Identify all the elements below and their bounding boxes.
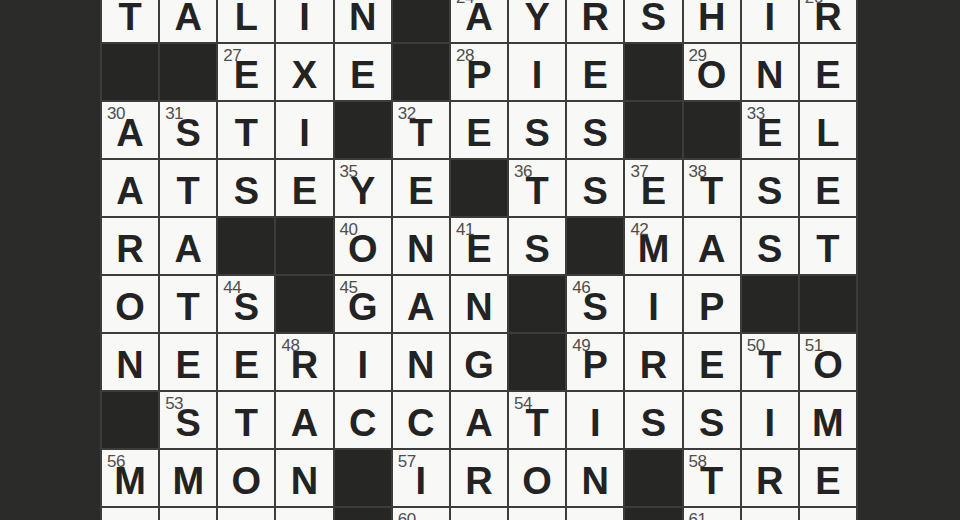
cell-r9c6[interactable]: 57I bbox=[393, 450, 449, 506]
black-cell-r8c1 bbox=[102, 392, 158, 448]
cell-r10c7[interactable] bbox=[451, 508, 507, 520]
black-cell-r6c13 bbox=[800, 276, 856, 332]
cell-letter-r2c11: O bbox=[684, 56, 740, 94]
cell-r9c8[interactable]: O bbox=[509, 450, 565, 506]
cell-r3c7[interactable]: E bbox=[451, 102, 507, 158]
cell-letter-r8c2: S bbox=[160, 404, 216, 442]
black-cell-r10c10 bbox=[625, 508, 681, 520]
cell-letter-r7c11: E bbox=[684, 346, 740, 384]
cell-r7c1[interactable]: N bbox=[102, 334, 158, 390]
cell-r2c5[interactable]: E bbox=[335, 44, 391, 100]
cell-letter-r7c7: G bbox=[451, 346, 507, 384]
cell-letter-r1c5: N bbox=[335, 0, 391, 36]
cell-r6c5[interactable]: 45G bbox=[335, 276, 391, 332]
black-cell-r3c5 bbox=[335, 102, 391, 158]
cell-r9c2[interactable]: M bbox=[160, 450, 216, 506]
black-cell-r6c4 bbox=[276, 276, 332, 332]
clue-number-61: 61 bbox=[689, 511, 707, 520]
cell-r4c12[interactable]: S bbox=[742, 160, 798, 216]
cell-r6c9[interactable]: 46S bbox=[567, 276, 623, 332]
cell-r7c2[interactable]: E bbox=[160, 334, 216, 390]
cell-letter-r9c2: M bbox=[160, 462, 216, 500]
cell-r2c3[interactable]: 27E bbox=[218, 44, 274, 100]
black-cell-r1c6 bbox=[393, 0, 449, 42]
black-cell-r4c7 bbox=[451, 160, 507, 216]
cell-letter-r4c8: T bbox=[509, 172, 565, 210]
cell-letter-r9c8: O bbox=[509, 462, 565, 500]
cell-r6c3[interactable]: 44S bbox=[218, 276, 274, 332]
cell-letter-r1c4: I bbox=[276, 0, 332, 36]
cell-letter-r4c1: A bbox=[102, 172, 158, 210]
cell-r4c9[interactable]: S bbox=[567, 160, 623, 216]
cell-r4c5[interactable]: 35Y bbox=[335, 160, 391, 216]
black-cell-r9c10 bbox=[625, 450, 681, 506]
black-cell-r3c10 bbox=[625, 102, 681, 158]
cell-letter-r7c2: E bbox=[160, 346, 216, 384]
cell-r1c10[interactable]: S bbox=[625, 0, 681, 42]
cell-letter-r1c13: R bbox=[800, 0, 856, 36]
cell-letter-r8c4: A bbox=[276, 404, 332, 442]
cell-letter-r3c2: S bbox=[160, 114, 216, 152]
cell-r6c11[interactable]: P bbox=[684, 276, 740, 332]
black-cell-r2c10 bbox=[625, 44, 681, 100]
cell-r8c9[interactable]: I bbox=[567, 392, 623, 448]
cell-r3c3[interactable]: T bbox=[218, 102, 274, 158]
cell-r10c8[interactable] bbox=[509, 508, 565, 520]
cell-r9c11[interactable]: 58T bbox=[684, 450, 740, 506]
cell-letter-r3c4: I bbox=[276, 114, 332, 152]
cell-r7c6[interactable]: N bbox=[393, 334, 449, 390]
black-cell-r5c3 bbox=[218, 218, 274, 274]
cell-letter-r5c8: S bbox=[509, 230, 565, 268]
cell-r2c4[interactable]: X bbox=[276, 44, 332, 100]
cell-letter-r3c9: S bbox=[567, 114, 623, 152]
cell-letter-r3c8: S bbox=[509, 114, 565, 152]
black-cell-r2c2 bbox=[160, 44, 216, 100]
cell-r6c7[interactable]: N bbox=[451, 276, 507, 332]
cell-letter-r5c10: M bbox=[625, 230, 681, 268]
cell-r10c4[interactable] bbox=[276, 508, 332, 520]
cell-r4c8[interactable]: 36T bbox=[509, 160, 565, 216]
cell-letter-r6c6: A bbox=[393, 288, 449, 326]
cell-r6c2[interactable]: T bbox=[160, 276, 216, 332]
cell-r7c12[interactable]: 50T bbox=[742, 334, 798, 390]
cell-r8c12[interactable]: I bbox=[742, 392, 798, 448]
cell-letter-r5c11: A bbox=[684, 230, 740, 268]
cell-r1c12[interactable]: I bbox=[742, 0, 798, 42]
cell-r1c9[interactable]: R bbox=[567, 0, 623, 42]
cell-r10c3[interactable] bbox=[218, 508, 274, 520]
cell-r5c6[interactable]: N bbox=[393, 218, 449, 274]
cell-letter-r1c1: T bbox=[102, 0, 158, 36]
cell-letter-r4c10: E bbox=[625, 172, 681, 210]
crossword-screenshot: TALIN24AYRSHI26R27EXE28PIE29ONE30A31STI3… bbox=[0, 0, 960, 520]
cell-letter-r2c5: E bbox=[335, 56, 391, 94]
cell-letter-r9c3: O bbox=[218, 462, 274, 500]
cell-letter-r9c7: R bbox=[451, 462, 507, 500]
cell-r5c2[interactable]: A bbox=[160, 218, 216, 274]
cell-r3c8[interactable]: S bbox=[509, 102, 565, 158]
cell-letter-r9c4: N bbox=[276, 462, 332, 500]
cell-r1c3[interactable]: L bbox=[218, 0, 274, 42]
cell-r1c1[interactable]: T bbox=[102, 0, 158, 42]
cell-letter-r4c5: Y bbox=[335, 172, 391, 210]
cell-r5c10[interactable]: 42M bbox=[625, 218, 681, 274]
cell-r4c1[interactable]: A bbox=[102, 160, 158, 216]
cell-r3c1[interactable]: 30A bbox=[102, 102, 158, 158]
cell-letter-r1c9: R bbox=[567, 0, 623, 36]
cell-letter-r8c6: C bbox=[393, 404, 449, 442]
cell-r8c10[interactable]: S bbox=[625, 392, 681, 448]
cell-letter-r3c12: E bbox=[742, 114, 798, 152]
cell-r10c1[interactable] bbox=[102, 508, 158, 520]
cell-r2c13[interactable]: E bbox=[800, 44, 856, 100]
cell-r3c6[interactable]: 32T bbox=[393, 102, 449, 158]
cell-r1c4[interactable]: I bbox=[276, 0, 332, 42]
clue-number-60: 60 bbox=[398, 511, 416, 520]
cell-letter-r8c11: S bbox=[684, 404, 740, 442]
cell-r1c13[interactable]: 26R bbox=[800, 0, 856, 42]
cell-letter-r6c9: S bbox=[567, 288, 623, 326]
black-cell-r7c8 bbox=[509, 334, 565, 390]
cell-letter-r3c7: E bbox=[451, 114, 507, 152]
cell-r4c3[interactable]: S bbox=[218, 160, 274, 216]
cell-letter-r7c9: P bbox=[567, 346, 623, 384]
black-cell-r2c1 bbox=[102, 44, 158, 100]
cell-r7c11[interactable]: E bbox=[684, 334, 740, 390]
cell-letter-r2c13: E bbox=[800, 56, 856, 94]
cell-r4c6[interactable]: E bbox=[393, 160, 449, 216]
cell-letter-r4c9: S bbox=[567, 172, 623, 210]
cell-r7c7[interactable]: G bbox=[451, 334, 507, 390]
cell-r4c11[interactable]: 38T bbox=[684, 160, 740, 216]
cell-letter-r6c7: N bbox=[451, 288, 507, 326]
cell-letter-r7c13: O bbox=[800, 346, 856, 384]
cell-letter-r6c11: P bbox=[684, 288, 740, 326]
cell-letter-r2c12: N bbox=[742, 56, 798, 94]
cell-letter-r5c13: T bbox=[800, 230, 856, 268]
cell-letter-r9c11: T bbox=[684, 462, 740, 500]
cell-letter-r5c1: R bbox=[102, 230, 158, 268]
cell-letter-r1c2: A bbox=[160, 0, 216, 36]
cell-r9c12[interactable]: R bbox=[742, 450, 798, 506]
cell-r2c7[interactable]: 28P bbox=[451, 44, 507, 100]
cell-r8c8[interactable]: 54T bbox=[509, 392, 565, 448]
cell-letter-r3c6: T bbox=[393, 114, 449, 152]
cell-r3c4[interactable]: I bbox=[276, 102, 332, 158]
cell-r10c11[interactable]: 61 bbox=[684, 508, 740, 520]
cell-letter-r9c1: M bbox=[102, 462, 158, 500]
cell-letter-r8c5: C bbox=[335, 404, 391, 442]
cell-letter-r4c2: T bbox=[160, 172, 216, 210]
cell-letter-r2c3: E bbox=[218, 56, 274, 94]
cell-r4c13[interactable]: E bbox=[800, 160, 856, 216]
cell-letter-r3c1: A bbox=[102, 114, 158, 152]
cell-r10c13[interactable] bbox=[800, 508, 856, 520]
cell-letter-r2c8: I bbox=[509, 56, 565, 94]
cell-r7c3[interactable]: E bbox=[218, 334, 274, 390]
cell-letter-r4c6: E bbox=[393, 172, 449, 210]
cell-r7c9[interactable]: 49P bbox=[567, 334, 623, 390]
cell-letter-r8c10: S bbox=[625, 404, 681, 442]
cell-r5c1[interactable]: R bbox=[102, 218, 158, 274]
cell-r1c8[interactable]: Y bbox=[509, 0, 565, 42]
cell-letter-r9c12: R bbox=[742, 462, 798, 500]
cell-r3c2[interactable]: 31S bbox=[160, 102, 216, 158]
cell-r9c9[interactable]: N bbox=[567, 450, 623, 506]
black-cell-r6c8 bbox=[509, 276, 565, 332]
cell-letter-r5c7: E bbox=[451, 230, 507, 268]
cell-r8c7[interactable]: A bbox=[451, 392, 507, 448]
cell-r8c4[interactable]: A bbox=[276, 392, 332, 448]
cell-letter-r2c7: P bbox=[451, 56, 507, 94]
cell-letter-r7c5: I bbox=[335, 346, 391, 384]
cell-letter-r4c13: E bbox=[800, 172, 856, 210]
cell-r6c10[interactable]: I bbox=[625, 276, 681, 332]
cell-r4c2[interactable]: T bbox=[160, 160, 216, 216]
cell-letter-r7c6: N bbox=[393, 346, 449, 384]
cell-r10c12[interactable] bbox=[742, 508, 798, 520]
black-cell-r3c11 bbox=[684, 102, 740, 158]
cell-letter-r6c10: I bbox=[625, 288, 681, 326]
cell-r7c13[interactable]: 51O bbox=[800, 334, 856, 390]
cell-r3c12[interactable]: 33E bbox=[742, 102, 798, 158]
cell-letter-r6c5: G bbox=[335, 288, 391, 326]
cell-letter-r5c6: N bbox=[393, 230, 449, 268]
cell-r8c6[interactable]: C bbox=[393, 392, 449, 448]
cell-r5c13[interactable]: T bbox=[800, 218, 856, 274]
cell-r1c2[interactable]: A bbox=[160, 0, 216, 42]
cell-r9c4[interactable]: N bbox=[276, 450, 332, 506]
cell-letter-r1c7: A bbox=[451, 0, 507, 36]
cell-letter-r9c6: I bbox=[393, 462, 449, 500]
cell-r1c5[interactable]: N bbox=[335, 0, 391, 42]
cell-letter-r1c8: Y bbox=[509, 0, 565, 36]
cell-r9c7[interactable]: R bbox=[451, 450, 507, 506]
cell-r9c13[interactable]: E bbox=[800, 450, 856, 506]
cell-r6c6[interactable]: A bbox=[393, 276, 449, 332]
cell-letter-r4c4: E bbox=[276, 172, 332, 210]
cell-letter-r8c13: M bbox=[800, 404, 856, 442]
crossword-grid: TALIN24AYRSHI26R27EXE28PIE29ONE30A31STI3… bbox=[100, 0, 858, 520]
black-cell-r10c5 bbox=[335, 508, 391, 520]
cell-letter-r6c2: T bbox=[160, 288, 216, 326]
cell-letter-r4c3: S bbox=[218, 172, 274, 210]
cell-r3c9[interactable]: S bbox=[567, 102, 623, 158]
black-cell-r5c4 bbox=[276, 218, 332, 274]
cell-letter-r7c12: T bbox=[742, 346, 798, 384]
cell-letter-r8c12: I bbox=[742, 404, 798, 442]
cell-letter-r2c9: E bbox=[567, 56, 623, 94]
cell-letter-r6c1: O bbox=[102, 288, 158, 326]
cell-r2c8[interactable]: I bbox=[509, 44, 565, 100]
cell-r10c6[interactable]: 60 bbox=[393, 508, 449, 520]
cell-letter-r3c13: L bbox=[800, 114, 856, 152]
cell-r5c12[interactable]: S bbox=[742, 218, 798, 274]
cell-r4c4[interactable]: E bbox=[276, 160, 332, 216]
cell-r9c1[interactable]: 56M bbox=[102, 450, 158, 506]
cell-r8c5[interactable]: C bbox=[335, 392, 391, 448]
cell-letter-r7c4: R bbox=[276, 346, 332, 384]
cell-r8c13[interactable]: M bbox=[800, 392, 856, 448]
cell-r2c9[interactable]: E bbox=[567, 44, 623, 100]
cell-r10c2[interactable] bbox=[160, 508, 216, 520]
cell-letter-r5c5: O bbox=[335, 230, 391, 268]
cell-letter-r1c10: S bbox=[625, 0, 681, 36]
cell-letter-r6c3: S bbox=[218, 288, 274, 326]
cell-r6c1[interactable]: O bbox=[102, 276, 158, 332]
cell-r8c11[interactable]: S bbox=[684, 392, 740, 448]
cell-r7c10[interactable]: R bbox=[625, 334, 681, 390]
cell-r1c7[interactable]: 24A bbox=[451, 0, 507, 42]
cell-letter-r7c1: N bbox=[102, 346, 158, 384]
cell-r4c10[interactable]: 37E bbox=[625, 160, 681, 216]
black-cell-r5c9 bbox=[567, 218, 623, 274]
cell-r8c3[interactable]: T bbox=[218, 392, 274, 448]
cell-r9c3[interactable]: O bbox=[218, 450, 274, 506]
black-cell-r2c6 bbox=[393, 44, 449, 100]
cell-r10c9[interactable] bbox=[567, 508, 623, 520]
cell-r1c11[interactable]: H bbox=[684, 0, 740, 42]
cell-r2c12[interactable]: N bbox=[742, 44, 798, 100]
cell-letter-r8c3: T bbox=[218, 404, 274, 442]
cell-r3c13[interactable]: L bbox=[800, 102, 856, 158]
cell-r5c8[interactable]: S bbox=[509, 218, 565, 274]
cell-r5c7[interactable]: 41E bbox=[451, 218, 507, 274]
cell-letter-r2c4: X bbox=[276, 56, 332, 94]
cell-letter-r4c11: T bbox=[684, 172, 740, 210]
cell-letter-r1c11: H bbox=[684, 0, 740, 36]
cell-r5c5[interactable]: 40O bbox=[335, 218, 391, 274]
cell-letter-r9c9: N bbox=[567, 462, 623, 500]
cell-r2c11[interactable]: 29O bbox=[684, 44, 740, 100]
black-cell-r9c5 bbox=[335, 450, 391, 506]
cell-letter-r5c2: A bbox=[160, 230, 216, 268]
black-cell-r6c12 bbox=[742, 276, 798, 332]
cell-letter-r3c3: T bbox=[218, 114, 274, 152]
cell-r8c2[interactable]: 53S bbox=[160, 392, 216, 448]
cell-letter-r9c13: E bbox=[800, 462, 856, 500]
cell-r5c11[interactable]: A bbox=[684, 218, 740, 274]
cell-r7c4[interactable]: 48R bbox=[276, 334, 332, 390]
cell-letter-r1c12: I bbox=[742, 0, 798, 36]
cell-letter-r8c9: I bbox=[567, 404, 623, 442]
cell-letter-r4c12: S bbox=[742, 172, 798, 210]
cell-letter-r8c8: T bbox=[509, 404, 565, 442]
cell-letter-r1c3: L bbox=[218, 0, 274, 36]
cell-letter-r5c12: S bbox=[742, 230, 798, 268]
cell-r7c5[interactable]: I bbox=[335, 334, 391, 390]
cell-letter-r7c3: E bbox=[218, 346, 274, 384]
cell-letter-r7c10: R bbox=[625, 346, 681, 384]
cell-letter-r8c7: A bbox=[451, 404, 507, 442]
